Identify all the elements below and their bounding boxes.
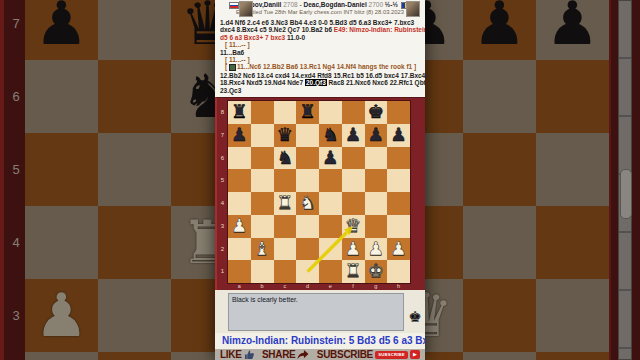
rank-label-2: 2 <box>217 238 228 261</box>
square-c7[interactable]: ♛ <box>274 124 297 147</box>
white-bishop[interactable]: ♝ <box>254 240 271 259</box>
square-c5[interactable] <box>274 169 297 192</box>
move-text[interactable]: [ 11...-- ] <box>225 56 250 63</box>
rank-label-5: 5 <box>217 169 228 192</box>
rank-label-4: 4 <box>217 192 228 215</box>
square-c6[interactable]: ♞ <box>274 147 297 170</box>
chess-board: 87654321 ♜♜♚♟♛♞♟♟♟♞♟♜♞♟♛♝♟♟♟♜♚ abcdefgh <box>215 97 425 290</box>
move-text[interactable]: 18.Rxc4 Nxd5 19.Nd4 Nde7 <box>220 79 305 86</box>
square-e8[interactable] <box>319 101 342 124</box>
square-c8[interactable] <box>274 101 297 124</box>
rank-label-3: 3 <box>217 215 228 238</box>
square-b4[interactable] <box>251 192 274 215</box>
move-text[interactable]: d5 6 a3 Bxc3+ 7 bxc3 <box>220 34 287 41</box>
square-b2[interactable]: ♝ <box>251 238 274 261</box>
file-label-g: g <box>365 283 388 290</box>
square-e2[interactable] <box>319 238 342 261</box>
rank-label-1: 1 <box>217 260 228 283</box>
black-king-icon: ♚ <box>409 309 422 324</box>
square-e7[interactable]: ♞ <box>319 124 342 147</box>
white-king[interactable]: ♚ <box>368 262 385 281</box>
move-list[interactable]: 1.d4 Nf6 2.c4 e6 3.Nc3 Bb4 4.e3 0-0 5.Bd… <box>215 17 425 97</box>
square-a1[interactable] <box>228 260 251 283</box>
square-f4[interactable] <box>342 192 365 215</box>
square-f1[interactable]: ♜ <box>342 260 365 283</box>
white-rook[interactable]: ♜ <box>277 194 294 213</box>
square-a8[interactable]: ♜ <box>228 101 251 124</box>
move-text[interactable]: 23.Qc3 <box>220 87 241 94</box>
square-f6[interactable] <box>342 147 365 170</box>
move-text[interactable]: dxc4 8.Bxc4 c5 9.Ne2 Qc7 10.Ba2 b6 <box>220 26 334 33</box>
square-b3[interactable] <box>251 215 274 238</box>
thumbs-up-icon[interactable] <box>244 350 255 360</box>
square-g2[interactable]: ♟ <box>365 238 388 261</box>
square-g6[interactable] <box>365 147 388 170</box>
game-header: Dubov,Daniil 2708 - Deac,Bogdan-Daniel 2… <box>215 0 425 17</box>
white-pawn[interactable]: ♟ <box>345 240 362 259</box>
square-h8[interactable] <box>387 101 410 124</box>
move-text[interactable]: Rac8 21.Nxc6 Nxc6 22.Rfc1 Qb6 <box>327 79 425 86</box>
white-player-avatar <box>239 1 253 17</box>
like-button[interactable]: LIKE <box>220 349 242 360</box>
black-rook[interactable]: ♜ <box>231 103 248 122</box>
share-arrow-icon[interactable] <box>297 350 309 360</box>
square-a6[interactable] <box>228 147 251 170</box>
square-h5[interactable] <box>387 169 410 192</box>
square-f2[interactable]: ♟ <box>342 238 365 261</box>
black-knight[interactable]: ♞ <box>322 126 339 145</box>
square-e3[interactable] <box>319 215 342 238</box>
black-rook[interactable]: ♜ <box>299 103 316 122</box>
square-b1[interactable] <box>251 260 274 283</box>
black-player-rating: 2700 <box>369 1 383 8</box>
square-g4[interactable] <box>365 192 388 215</box>
move-text[interactable]: 12.Bb2 Nc6 13.c4 cxd4 14.exd4 Rfd8 15.Rc… <box>220 72 425 79</box>
white-rook[interactable]: ♜ <box>345 262 362 281</box>
square-a7[interactable]: ♟ <box>228 124 251 147</box>
square-d5[interactable] <box>296 169 319 192</box>
youtube-play-icon[interactable]: ▶ <box>410 350 420 359</box>
square-c2[interactable] <box>274 238 297 261</box>
square-b5[interactable] <box>251 169 274 192</box>
square-h6[interactable] <box>387 147 410 170</box>
board-squares[interactable]: ♜♜♚♟♛♞♟♟♟♞♟♜♞♟♛♝♟♟♟♜♚ <box>228 101 410 283</box>
square-d1[interactable] <box>296 260 319 283</box>
black-player-name: Deac,Bogdan-Daniel <box>304 1 367 8</box>
white-queen[interactable]: ♛ <box>345 217 362 236</box>
file-label-f: f <box>342 283 365 290</box>
file-labels: abcdefgh <box>228 283 410 290</box>
square-h2[interactable]: ♟ <box>387 238 410 261</box>
black-pawn[interactable]: ♟ <box>368 126 385 145</box>
square-f3[interactable]: ♛ <box>342 215 365 238</box>
square-d8[interactable]: ♜ <box>296 101 319 124</box>
social-bar: LIKE SHARE SUBSCRIBE SUBSCRIBE ▶ <box>215 349 425 360</box>
subscribe-label: SUBSCRIBE <box>317 349 373 360</box>
move-text[interactable]: 1.d4 Nf6 2.c4 e6 3.Nc3 Bb4 4.e3 0-0 5.Bd… <box>220 19 414 26</box>
move-text[interactable]: 11...Ba6 <box>220 49 244 56</box>
white-pawn[interactable]: ♟ <box>231 217 248 236</box>
rank-labels: 87654321 <box>217 101 228 283</box>
file-label-d: d <box>296 283 319 290</box>
subscribe-button[interactable]: SUBSCRIBE <box>375 351 408 359</box>
square-g3[interactable] <box>365 215 388 238</box>
square-f5[interactable] <box>342 169 365 192</box>
square-b8[interactable] <box>251 101 274 124</box>
square-f8[interactable] <box>342 101 365 124</box>
square-g7[interactable]: ♟ <box>365 124 388 147</box>
white-pawn[interactable]: ♟ <box>390 240 407 259</box>
square-g1[interactable]: ♚ <box>365 260 388 283</box>
black-knight[interactable]: ♞ <box>277 149 294 168</box>
file-label-b: b <box>251 283 274 290</box>
file-label-c: c <box>274 283 297 290</box>
white-knight[interactable]: ♞ <box>299 194 316 213</box>
square-a4[interactable] <box>228 192 251 215</box>
move-text[interactable]: 11.0-0 <box>287 34 305 41</box>
file-label-e: e <box>319 283 342 290</box>
square-a5[interactable] <box>228 169 251 192</box>
square-h7[interactable]: ♟ <box>387 124 410 147</box>
square-e4[interactable] <box>319 192 342 215</box>
russia-flag-icon <box>229 2 239 9</box>
rank-label-7: 7 <box>217 124 228 147</box>
square-b7[interactable] <box>251 124 274 147</box>
black-pawn[interactable]: ♟ <box>390 126 407 145</box>
file-label-h: h <box>387 283 410 290</box>
black-pawn[interactable]: ♟ <box>322 149 339 168</box>
rank-label-6: 6 <box>217 147 228 170</box>
black-player-avatar <box>406 1 420 17</box>
engine-icon <box>229 64 236 71</box>
annotation-area: Black is clearly better. ♚ <box>215 290 425 333</box>
square-d4[interactable]: ♞ <box>296 192 319 215</box>
square-h3[interactable] <box>387 215 410 238</box>
annotation-panel[interactable]: Black is clearly better. <box>228 293 404 331</box>
square-d6[interactable] <box>296 147 319 170</box>
move-text[interactable]: [ 11...-- ] <box>225 41 250 48</box>
black-pawn[interactable]: ♟ <box>345 126 362 145</box>
chessbase-panel: Dubov,Daniil 2708 - Deac,Bogdan-Daniel 2… <box>215 0 425 360</box>
square-f7[interactable]: ♟ <box>342 124 365 147</box>
square-a3[interactable]: ♟ <box>228 215 251 238</box>
square-c3[interactable] <box>274 215 297 238</box>
players-separator: - <box>300 1 302 8</box>
square-g5[interactable] <box>365 169 388 192</box>
black-king[interactable]: ♚ <box>368 103 385 122</box>
square-c4[interactable]: ♜ <box>274 192 297 215</box>
square-a2[interactable] <box>228 238 251 261</box>
square-d3[interactable] <box>296 215 319 238</box>
square-h1[interactable] <box>387 260 410 283</box>
file-label-a: a <box>228 283 251 290</box>
white-pawn[interactable]: ♟ <box>368 240 385 259</box>
rank-label-8: 8 <box>217 101 228 124</box>
square-h4[interactable] <box>387 192 410 215</box>
current-move[interactable]: 20.Qf3 <box>305 79 327 86</box>
black-queen[interactable]: ♛ <box>277 126 294 145</box>
white-player-rating: 2708 <box>283 1 297 8</box>
square-e6[interactable]: ♟ <box>319 147 342 170</box>
move-text[interactable]: 11...Nc6 12.Bb2 Ba6 13.Rc1 Ng4 14.Nf4 ha… <box>237 63 416 70</box>
share-button[interactable]: SHARE <box>262 349 296 360</box>
square-d7[interactable] <box>296 124 319 147</box>
square-g8[interactable]: ♚ <box>365 101 388 124</box>
move-text[interactable]: E49: Nimzo-Indian: Rubinstein: 5 Bd3 <box>334 26 425 33</box>
square-b6[interactable] <box>251 147 274 170</box>
square-e1[interactable] <box>319 260 342 283</box>
square-c1[interactable] <box>274 260 297 283</box>
square-d2[interactable] <box>296 238 319 261</box>
square-e5[interactable] <box>319 169 342 192</box>
game-result: ½-½ <box>385 1 398 8</box>
opening-name-bar: Nimzo-Indian: Rubinstein: 5 Bd3 d5 6 a3 … <box>215 333 425 349</box>
black-pawn[interactable]: ♟ <box>231 126 248 145</box>
